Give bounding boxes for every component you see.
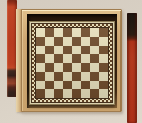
square-e3: [72, 72, 81, 81]
square-g8: [90, 28, 99, 37]
square-g1: [90, 89, 99, 98]
square-f2: [81, 81, 90, 90]
square-e1: [72, 89, 81, 98]
square-f4: [81, 63, 90, 72]
square-e6: [72, 46, 81, 55]
square-b1: [45, 89, 54, 98]
square-b4: [45, 63, 54, 72]
square-e8: [72, 28, 81, 37]
square-h7: [99, 37, 108, 46]
square-h8: [99, 28, 108, 37]
chess-board: [29, 21, 115, 105]
square-c3: [54, 72, 63, 81]
square-e2: [72, 81, 81, 90]
square-d5: [63, 54, 72, 63]
square-h1: [99, 89, 108, 98]
square-b7: [45, 37, 54, 46]
square-d6: [63, 46, 72, 55]
square-b6: [45, 46, 54, 55]
square-h5: [99, 54, 108, 63]
mosaic-border: [31, 23, 113, 103]
square-g4: [90, 63, 99, 72]
square-c8: [54, 28, 63, 37]
square-d7: [63, 37, 72, 46]
square-f1: [81, 89, 90, 98]
square-a7: [36, 37, 45, 46]
square-a3: [36, 72, 45, 81]
square-h2: [99, 81, 108, 90]
square-h3: [99, 72, 108, 81]
square-g5: [90, 54, 99, 63]
square-c2: [54, 81, 63, 90]
square-a1: [36, 89, 45, 98]
square-f5: [81, 54, 90, 63]
square-c5: [54, 54, 63, 63]
square-d3: [63, 72, 72, 81]
square-a4: [36, 63, 45, 72]
square-a5: [36, 54, 45, 63]
square-f3: [81, 72, 90, 81]
square-b8: [45, 28, 54, 37]
square-d1: [63, 89, 72, 98]
square-b2: [45, 81, 54, 90]
square-d8: [63, 28, 72, 37]
square-g2: [90, 81, 99, 90]
square-c4: [54, 63, 63, 72]
square-b5: [45, 54, 54, 63]
square-h4: [99, 63, 108, 72]
square-c6: [54, 46, 63, 55]
square-a2: [36, 81, 45, 90]
square-a8: [36, 28, 45, 37]
red-slat-right: [127, 13, 137, 123]
square-c7: [54, 37, 63, 46]
square-h6: [99, 46, 108, 55]
square-d2: [63, 81, 72, 90]
square-e5: [72, 54, 81, 63]
square-e7: [72, 37, 81, 46]
square-g3: [90, 72, 99, 81]
square-f7: [81, 37, 90, 46]
square-f8: [81, 28, 90, 37]
square-d4: [63, 63, 72, 72]
square-b3: [45, 72, 54, 81]
chess-grid: [35, 27, 109, 99]
square-g7: [90, 37, 99, 46]
photo-scene: [0, 0, 142, 123]
wooden-box: [21, 9, 122, 112]
square-a6: [36, 46, 45, 55]
square-g6: [90, 46, 99, 55]
square-c1: [54, 89, 63, 98]
square-e4: [72, 63, 81, 72]
square-f6: [81, 46, 90, 55]
box-interior: [27, 14, 117, 108]
